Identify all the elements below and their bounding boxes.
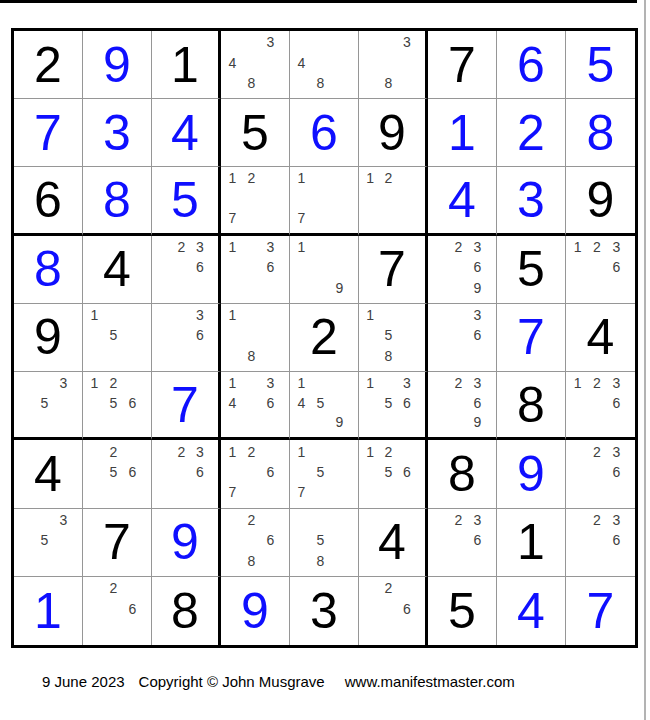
pencil-marks: 236 xyxy=(568,510,626,571)
cell-r7c3[interactable]: 236 xyxy=(152,440,221,508)
solved-digit: 1 xyxy=(448,108,476,158)
top-border-line xyxy=(0,0,637,3)
given-digit: 9 xyxy=(378,108,406,158)
cell-r6c4[interactable]: 1346 xyxy=(221,372,290,440)
cell-r6c8[interactable]: 8 xyxy=(497,372,566,440)
solved-digit: 7 xyxy=(34,108,62,158)
cell-r1c9[interactable]: 5 xyxy=(566,31,635,99)
cell-r9c4[interactable]: 9 xyxy=(221,577,290,645)
cell-r1c5[interactable]: 48 xyxy=(290,31,359,99)
cell-r7c5[interactable]: 157 xyxy=(290,440,359,508)
cell-r7c6[interactable]: 1256 xyxy=(359,440,428,508)
pencil-marks: 348 xyxy=(223,32,280,93)
pencil-marks: 1256 xyxy=(85,373,142,432)
cell-r5c9[interactable]: 4 xyxy=(566,304,635,372)
pencil-marks: 127 xyxy=(223,168,280,227)
cell-r4c3[interactable]: 236 xyxy=(152,236,221,304)
solved-digit: 9 xyxy=(103,40,131,90)
solved-digit: 9 xyxy=(241,586,269,636)
solved-digit: 4 xyxy=(448,175,476,225)
given-digit: 5 xyxy=(517,244,545,294)
given-digit: 6 xyxy=(34,175,62,225)
pencil-marks: 17 xyxy=(292,168,349,227)
pencil-marks: 236 xyxy=(154,237,209,298)
cell-r4c1[interactable]: 8 xyxy=(14,236,83,304)
pencil-marks: 36 xyxy=(430,305,487,366)
given-digit: 4 xyxy=(103,244,131,294)
cell-r6c5[interactable]: 1459 xyxy=(290,372,359,440)
cell-r8c6[interactable]: 4 xyxy=(359,509,428,577)
solved-digit: 9 xyxy=(517,449,545,499)
pencil-marks: 26 xyxy=(361,578,416,640)
cell-r1c7[interactable]: 7 xyxy=(428,31,497,99)
solved-digit: 1 xyxy=(34,586,62,636)
cell-r3c8[interactable]: 3 xyxy=(497,167,566,235)
given-digit: 4 xyxy=(587,312,615,362)
pencil-marks: 35 xyxy=(16,510,73,571)
cell-r3c2[interactable]: 8 xyxy=(83,167,152,235)
cell-r8c1[interactable]: 35 xyxy=(14,509,83,577)
cell-r3c7[interactable]: 4 xyxy=(428,167,497,235)
cell-r6c1[interactable]: 35 xyxy=(14,372,83,440)
cell-r6c3[interactable]: 7 xyxy=(152,372,221,440)
pencil-marks: 1459 xyxy=(292,373,349,432)
cell-r1c6[interactable]: 38 xyxy=(359,31,428,99)
cell-r6c6[interactable]: 1356 xyxy=(359,372,428,440)
solved-digit: 8 xyxy=(587,108,615,158)
pencil-marks: 36 xyxy=(154,305,209,366)
cell-r8c2[interactable]: 7 xyxy=(83,509,152,577)
cell-r8c5[interactable]: 58 xyxy=(290,509,359,577)
pencil-marks: 136 xyxy=(223,237,280,298)
cell-r3c3[interactable]: 5 xyxy=(152,167,221,235)
footer-website: www.manifestmaster.com xyxy=(345,673,515,690)
cell-r6c7[interactable]: 2369 xyxy=(428,372,497,440)
pencil-marks: 1267 xyxy=(223,441,280,502)
solved-digit: 3 xyxy=(103,108,131,158)
footer: 9 June 2023 Copyright © John Musgrave ww… xyxy=(42,673,515,690)
cell-r8c8[interactable]: 1 xyxy=(497,509,566,577)
cell-r2c2[interactable]: 3 xyxy=(83,99,152,167)
cell-r5c6[interactable]: 158 xyxy=(359,304,428,372)
cell-r2c8[interactable]: 2 xyxy=(497,99,566,167)
cell-r5c1[interactable]: 9 xyxy=(14,304,83,372)
cell-r6c9[interactable]: 1236 xyxy=(566,372,635,440)
pencil-marks: 38 xyxy=(361,32,416,93)
cell-r8c7[interactable]: 236 xyxy=(428,509,497,577)
pencil-marks: 1256 xyxy=(361,441,416,502)
cell-r1c2[interactable]: 9 xyxy=(83,31,152,99)
cell-r8c4[interactable]: 268 xyxy=(221,509,290,577)
given-digit: 9 xyxy=(587,175,615,225)
cell-r9c8[interactable]: 4 xyxy=(497,577,566,645)
pencil-marks: 1236 xyxy=(568,373,626,432)
given-digit: 2 xyxy=(34,40,62,90)
cell-r7c4[interactable]: 1267 xyxy=(221,440,290,508)
cell-r3c1[interactable]: 6 xyxy=(14,167,83,235)
cell-r3c4[interactable]: 127 xyxy=(221,167,290,235)
given-digit: 2 xyxy=(310,312,338,362)
pencil-marks: 58 xyxy=(292,510,349,571)
given-digit: 8 xyxy=(517,380,545,430)
cell-r5c5[interactable]: 2 xyxy=(290,304,359,372)
cell-r2c3[interactable]: 4 xyxy=(152,99,221,167)
cell-r9c1[interactable]: 1 xyxy=(14,577,83,645)
solved-digit: 5 xyxy=(171,175,199,225)
cell-r4c2[interactable]: 4 xyxy=(83,236,152,304)
given-digit: 7 xyxy=(378,244,406,294)
solved-digit: 4 xyxy=(171,108,199,158)
pencil-marks: 236 xyxy=(568,441,626,502)
cell-r7c8[interactable]: 9 xyxy=(497,440,566,508)
solved-digit: 3 xyxy=(517,175,545,225)
given-digit: 7 xyxy=(103,517,131,567)
cell-r5c3[interactable]: 36 xyxy=(152,304,221,372)
solved-digit: 5 xyxy=(587,40,615,90)
given-digit: 8 xyxy=(448,449,476,499)
pencil-marks: 1356 xyxy=(361,373,416,432)
given-digit: 3 xyxy=(310,586,338,636)
pencil-marks: 236 xyxy=(430,510,487,571)
solved-digit: 7 xyxy=(587,586,615,636)
pencil-marks: 26 xyxy=(85,578,142,640)
solved-digit: 4 xyxy=(517,586,545,636)
given-digit: 1 xyxy=(171,40,199,90)
pencil-marks: 2369 xyxy=(430,237,487,298)
pencil-marks: 256 xyxy=(85,441,142,502)
pencil-marks: 19 xyxy=(292,237,349,298)
pencil-marks: 157 xyxy=(292,441,349,502)
cell-r5c8[interactable]: 7 xyxy=(497,304,566,372)
cell-r4c7[interactable]: 2369 xyxy=(428,236,497,304)
pencil-marks: 1346 xyxy=(223,373,280,432)
cell-r3c9[interactable]: 9 xyxy=(566,167,635,235)
given-digit: 8 xyxy=(171,586,199,636)
pencil-marks: 158 xyxy=(361,305,416,366)
given-digit: 5 xyxy=(241,108,269,158)
pencil-marks: 48 xyxy=(292,32,349,93)
pencil-marks: 268 xyxy=(223,510,280,571)
given-digit: 4 xyxy=(378,517,406,567)
pencil-marks: 12 xyxy=(361,168,416,227)
right-border-line xyxy=(644,0,646,720)
given-digit: 1 xyxy=(517,517,545,567)
solved-digit: 9 xyxy=(171,517,199,567)
cell-r7c9[interactable]: 236 xyxy=(566,440,635,508)
cell-r7c1[interactable]: 4 xyxy=(14,440,83,508)
cell-r9c6[interactable]: 26 xyxy=(359,577,428,645)
solved-digit: 8 xyxy=(34,244,62,294)
cell-r2c1[interactable]: 7 xyxy=(14,99,83,167)
cell-r4c4[interactable]: 136 xyxy=(221,236,290,304)
cell-r8c9[interactable]: 236 xyxy=(566,509,635,577)
solved-digit: 7 xyxy=(171,380,199,430)
cell-r9c5[interactable]: 3 xyxy=(290,577,359,645)
pencil-marks: 15 xyxy=(85,305,142,366)
cell-r1c1[interactable]: 2 xyxy=(14,31,83,99)
cell-r3c5[interactable]: 17 xyxy=(290,167,359,235)
cell-r9c7[interactable]: 5 xyxy=(428,577,497,645)
given-digit: 5 xyxy=(448,586,476,636)
cell-r2c7[interactable]: 1 xyxy=(428,99,497,167)
cell-r5c4[interactable]: 18 xyxy=(221,304,290,372)
cell-r4c9[interactable]: 1236 xyxy=(566,236,635,304)
solved-digit: 2 xyxy=(517,108,545,158)
solved-digit: 7 xyxy=(517,312,545,362)
pencil-marks: 18 xyxy=(223,305,280,366)
cell-r2c4[interactable]: 5 xyxy=(221,99,290,167)
pencil-marks: 35 xyxy=(16,373,73,432)
sudoku-board: 2913484838765734569128685127171243984236… xyxy=(11,28,638,648)
footer-date: 9 June 2023 xyxy=(42,673,125,690)
cell-r4c6[interactable]: 7 xyxy=(359,236,428,304)
pencil-marks: 236 xyxy=(154,441,209,502)
cell-r1c8[interactable]: 6 xyxy=(497,31,566,99)
cell-r4c8[interactable]: 5 xyxy=(497,236,566,304)
given-digit: 4 xyxy=(34,449,62,499)
pencil-marks: 2369 xyxy=(430,373,487,432)
footer-copyright: Copyright © John Musgrave xyxy=(139,673,325,690)
cell-r4c5[interactable]: 19 xyxy=(290,236,359,304)
solved-digit: 6 xyxy=(310,108,338,158)
cell-r2c5[interactable]: 6 xyxy=(290,99,359,167)
cell-r7c7[interactable]: 8 xyxy=(428,440,497,508)
pencil-marks: 1236 xyxy=(568,237,626,298)
cell-r6c2[interactable]: 1256 xyxy=(83,372,152,440)
cell-r5c2[interactable]: 15 xyxy=(83,304,152,372)
cell-r1c3[interactable]: 1 xyxy=(152,31,221,99)
cell-r9c3[interactable]: 8 xyxy=(152,577,221,645)
cell-r2c9[interactable]: 8 xyxy=(566,99,635,167)
cell-r9c9[interactable]: 7 xyxy=(566,577,635,645)
given-digit: 9 xyxy=(34,312,62,362)
solved-digit: 8 xyxy=(103,175,131,225)
cell-r1c4[interactable]: 348 xyxy=(221,31,290,99)
cell-r2c6[interactable]: 9 xyxy=(359,99,428,167)
given-digit: 7 xyxy=(448,40,476,90)
cell-r8c3[interactable]: 9 xyxy=(152,509,221,577)
cell-r7c2[interactable]: 256 xyxy=(83,440,152,508)
cell-r3c6[interactable]: 12 xyxy=(359,167,428,235)
cell-r5c7[interactable]: 36 xyxy=(428,304,497,372)
cell-r9c2[interactable]: 26 xyxy=(83,577,152,645)
solved-digit: 6 xyxy=(517,40,545,90)
